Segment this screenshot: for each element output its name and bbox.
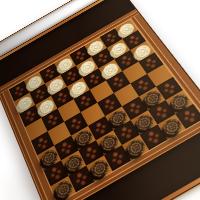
- checkers-board: ⛀⛀⛀⛀⛀⛀⛀⛀⛀⛀⛀⛀⛂⛂⛂⛂⛂⛂⛂⛂⛂⛂⛂⛂: [0, 0, 200, 200]
- photo-scene: ⛀⛀⛀⛀⛀⛀⛀⛀⛀⛀⛀⛀⛂⛂⛂⛂⛂⛂⛂⛂⛂⛂⛂⛂: [0, 0, 200, 200]
